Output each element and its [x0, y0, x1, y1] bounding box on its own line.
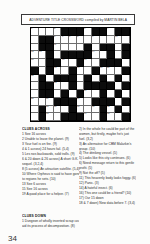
white-cell[interactable]: 15: [31, 59, 39, 67]
black-cell: [39, 75, 47, 83]
white-cell[interactable]: [84, 98, 92, 106]
clue-number: 30: [77, 105, 80, 107]
clue-number: 27: [77, 97, 80, 99]
black-cell: [122, 113, 130, 121]
black-cell: [100, 98, 108, 106]
white-cell[interactable]: [122, 36, 130, 44]
crossword-title: ADVENTURE TITLE CROSSWORD compiled by MA…: [29, 18, 127, 21]
clue-number: 13: [39, 50, 42, 52]
black-cell: [61, 90, 69, 98]
white-cell[interactable]: 34: [84, 113, 92, 121]
clue-number: 31: [92, 105, 95, 107]
clue-number: 10: [115, 35, 118, 37]
clue-number: 6: [62, 35, 63, 37]
black-cell: [107, 44, 115, 52]
white-cell[interactable]: 1: [31, 28, 39, 36]
clue-number: 33: [46, 112, 49, 114]
clue-number: 21: [107, 66, 110, 68]
white-cell[interactable]: [61, 44, 69, 52]
white-cell[interactable]: 23: [54, 82, 62, 90]
black-cell: [100, 82, 108, 90]
white-cell[interactable]: [39, 28, 47, 36]
white-cell[interactable]: 21: [107, 67, 115, 75]
clues-down-heading: CLUES DOWN: [22, 213, 79, 218]
white-cell[interactable]: [100, 36, 108, 44]
white-cell[interactable]: 14: [92, 51, 100, 59]
white-cell[interactable]: 16: [61, 59, 69, 67]
black-cell: [46, 59, 54, 67]
white-cell[interactable]: [92, 59, 100, 67]
clue-number: 22: [31, 74, 34, 76]
white-cell[interactable]: 11: [54, 44, 62, 52]
clue-number: 7: [69, 35, 70, 37]
white-cell[interactable]: [107, 75, 115, 83]
black-cell: [100, 106, 108, 114]
black-cell: [122, 98, 130, 106]
clue-number: 29: [54, 105, 57, 107]
clue-line: 18 & 7 down) New data before 7. (3,4): [79, 200, 136, 205]
white-cell[interactable]: 7: [69, 36, 77, 44]
white-cell[interactable]: [115, 44, 123, 52]
white-cell[interactable]: [77, 44, 85, 52]
clue-number: 4: [107, 27, 108, 29]
clues-across-list: 1 See 16 across2 Unable to leave the pla…: [22, 131, 79, 195]
white-cell[interactable]: [115, 67, 123, 75]
white-cell[interactable]: 25: [31, 98, 39, 106]
black-cell: [122, 28, 130, 36]
black-cell: [115, 106, 123, 114]
black-cell: [61, 98, 69, 106]
clues-down-list: 1 Dungeon of wholly inverted scrap could…: [22, 218, 79, 228]
white-cell[interactable]: 22: [31, 75, 39, 83]
black-cell: [84, 75, 92, 83]
black-cell: [69, 75, 77, 83]
crossword-title-banner: ADVENTURE TITLE CROSSWORD compiled by MA…: [21, 14, 135, 25]
white-cell[interactable]: [107, 36, 115, 44]
black-cell: [69, 98, 77, 106]
clue-number: 24: [84, 89, 87, 91]
clue-number: 14: [92, 50, 95, 52]
black-cell: [39, 82, 47, 90]
black-cell: [61, 75, 69, 83]
clue-number: 12: [31, 50, 34, 52]
white-cell[interactable]: 35: [107, 113, 115, 121]
white-cell[interactable]: 17: [84, 59, 92, 67]
white-cell[interactable]: [31, 106, 39, 114]
black-cell: [100, 90, 108, 98]
black-cell: [61, 113, 69, 121]
clue-number: 8: [77, 35, 78, 37]
black-cell: [39, 113, 47, 121]
clue-number: 34: [84, 112, 87, 114]
white-cell[interactable]: [69, 90, 77, 98]
white-cell[interactable]: [39, 67, 47, 75]
black-cell: [100, 28, 108, 36]
white-cell[interactable]: [39, 59, 47, 67]
crossword-grid[interactable]: 1234567891011121314151617181920212223242…: [30, 27, 131, 122]
white-cell[interactable]: [61, 67, 69, 75]
black-cell: [100, 113, 108, 121]
black-cell: [100, 75, 108, 83]
clue-number: 17: [84, 58, 87, 60]
white-cell[interactable]: 19: [77, 67, 85, 75]
white-cell[interactable]: [54, 90, 62, 98]
clues-across-heading: CLUES ACROSS: [22, 126, 79, 131]
black-cell: [92, 67, 100, 75]
white-cell[interactable]: [92, 90, 100, 98]
white-cell[interactable]: 6: [61, 36, 69, 44]
white-cell[interactable]: 9: [92, 36, 100, 44]
white-cell[interactable]: 24: [84, 90, 92, 98]
clue-number: 26: [46, 97, 49, 99]
clue-number: 20: [100, 66, 103, 68]
white-cell[interactable]: 29: [54, 106, 62, 114]
black-cell: [46, 36, 54, 44]
white-cell[interactable]: 13: [39, 51, 47, 59]
white-cell[interactable]: [122, 59, 130, 67]
white-cell[interactable]: [54, 113, 62, 121]
clue-number: 28: [46, 105, 49, 107]
clue-number: 25: [31, 97, 34, 99]
clue-number: 18: [54, 66, 57, 68]
black-cell: [92, 82, 100, 90]
black-cell: [69, 82, 77, 90]
white-cell[interactable]: [107, 90, 115, 98]
black-cell: [107, 82, 115, 90]
clue-number: 11: [54, 43, 56, 45]
white-cell[interactable]: [61, 82, 69, 90]
black-cell: [69, 113, 77, 121]
white-cell[interactable]: 31: [92, 106, 100, 114]
page-number: 34: [8, 227, 17, 244]
white-cell[interactable]: [100, 51, 108, 59]
clue-number: 35: [107, 112, 110, 114]
clue-number: 15: [31, 58, 34, 60]
white-cell[interactable]: [69, 59, 77, 67]
white-cell[interactable]: [69, 44, 77, 52]
white-cell[interactable]: [84, 36, 92, 44]
clue-number: 5: [54, 35, 55, 37]
black-cell: [122, 44, 130, 52]
white-cell[interactable]: [77, 75, 85, 83]
white-cell[interactable]: [122, 90, 130, 98]
black-cell: [69, 106, 77, 114]
white-cell[interactable]: [115, 51, 123, 59]
magazine-page: ADVENTURE TITLE CROSSWORD compiled by MA…: [0, 0, 150, 244]
white-cell[interactable]: [31, 36, 39, 44]
black-cell: [46, 44, 54, 52]
white-cell[interactable]: [122, 106, 130, 114]
black-cell: [100, 44, 108, 52]
black-cell: [122, 51, 130, 59]
black-cell: [122, 67, 130, 75]
white-cell[interactable]: [31, 113, 39, 121]
black-cell: [115, 59, 123, 67]
white-cell[interactable]: [122, 75, 130, 83]
clues-down-column: CLUES DOWN 1 Dungeon of wholly inverted …: [22, 213, 79, 244]
black-cell: [115, 75, 123, 83]
black-cell: [107, 51, 115, 59]
black-cell: [115, 90, 123, 98]
black-cell: [122, 82, 130, 90]
white-cell[interactable]: [92, 75, 100, 83]
clue-number: 19: [77, 66, 80, 68]
white-cell[interactable]: 10: [115, 36, 123, 44]
clue-line: 19 A good place for a helper. (7): [22, 191, 79, 196]
white-cell[interactable]: [115, 82, 123, 90]
black-cell: [69, 51, 77, 59]
clues-right-list: 2) In the whole he could be part of the …: [79, 126, 136, 205]
white-cell[interactable]: [46, 28, 54, 36]
white-cell[interactable]: [92, 113, 100, 121]
clue-number: 3: [84, 27, 85, 29]
white-cell[interactable]: 3: [84, 28, 92, 36]
white-cell[interactable]: [31, 82, 39, 90]
black-cell: [46, 67, 54, 75]
black-cell: [46, 51, 54, 59]
clue-number: 9: [92, 35, 93, 37]
white-cell[interactable]: 18: [54, 67, 62, 75]
black-cell: [69, 67, 77, 75]
clue-line: aid its process of decomposition. (8): [22, 223, 79, 228]
clue-number: 16: [62, 58, 65, 60]
white-cell[interactable]: 20: [100, 67, 108, 75]
white-cell[interactable]: [115, 98, 123, 106]
clue-number: 2: [54, 27, 55, 29]
white-cell[interactable]: 33: [46, 113, 54, 121]
clue-number: 23: [54, 81, 57, 83]
white-cell[interactable]: [54, 51, 62, 59]
white-cell[interactable]: 8: [77, 36, 85, 44]
clue-number: 1: [31, 27, 32, 29]
white-cell[interactable]: [84, 67, 92, 75]
black-cell: [39, 36, 47, 44]
black-cell: [77, 113, 85, 121]
black-cell: [84, 44, 92, 52]
white-cell[interactable]: 4: [107, 28, 115, 36]
clues-down-column-right: 2) In the whole he could be part of the …: [79, 126, 136, 244]
white-cell[interactable]: [61, 106, 69, 114]
black-cell: [46, 82, 54, 90]
white-cell[interactable]: [46, 75, 54, 83]
white-cell[interactable]: [115, 113, 123, 121]
clue-number: 32: [107, 105, 110, 107]
